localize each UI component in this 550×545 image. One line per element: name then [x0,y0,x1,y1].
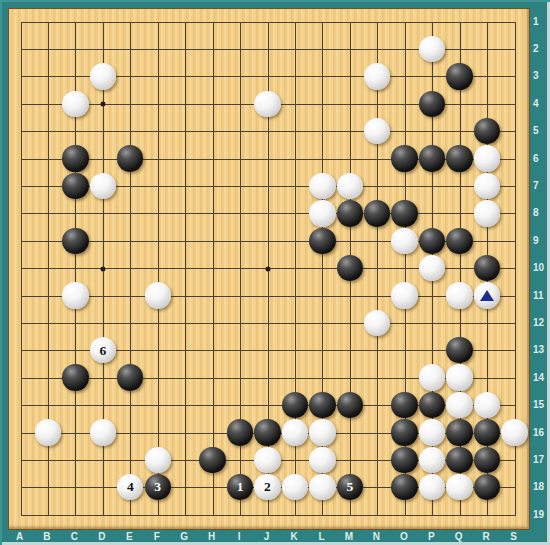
board-point-M8[interactable] [336,200,363,227]
white-stone-R7[interactable] [474,173,500,199]
column-label-M: M [345,531,353,542]
board-point-P14[interactable] [418,364,445,391]
black-stone-E14[interactable] [117,364,143,390]
black-stone-Q6[interactable] [446,145,472,171]
black-stone-L15[interactable] [309,392,335,418]
board-point-O18[interactable] [391,474,418,501]
column-label-H: H [208,531,215,542]
white-stone-C11[interactable] [62,282,88,308]
board-point-Q17[interactable] [446,446,473,473]
row-label-13: 13 [533,344,544,355]
board-point-I16[interactable] [226,419,253,446]
black-stone-I16[interactable] [227,419,253,445]
board-point-M10[interactable] [336,254,363,281]
black-stone-E6[interactable] [117,145,143,171]
row-label-15: 15 [533,399,544,410]
white-stone-J4[interactable] [254,91,280,117]
board-point-Q14[interactable] [446,364,473,391]
board-point-Q13[interactable] [446,337,473,364]
white-stone-Q15[interactable] [446,392,472,418]
black-stone-H17[interactable] [199,447,225,473]
board-point-F18[interactable]: 3 [144,474,171,501]
white-stone-L17[interactable] [309,447,335,473]
white-stone-C4[interactable] [62,91,88,117]
triangle-marker-icon [480,290,494,301]
white-stone-P14[interactable] [419,364,445,390]
board-point-Q15[interactable] [446,391,473,418]
white-stone-R15[interactable] [474,392,500,418]
white-stone-R6[interactable] [474,145,500,171]
row-label-1: 1 [533,15,539,26]
black-stone-C14[interactable] [62,364,88,390]
board-point-R6[interactable] [473,145,500,172]
move-number-label: 6 [99,344,106,358]
white-stone-J18[interactable]: 2 [254,474,280,500]
row-label-2: 2 [533,43,539,54]
black-stone-P4[interactable] [419,91,445,117]
row-label-11: 11 [533,289,544,300]
black-stone-P6[interactable] [419,145,445,171]
board-point-F11[interactable] [144,282,171,309]
column-label-N: N [373,531,380,542]
board-point-K15[interactable] [281,391,308,418]
board-point-P2[interactable] [418,35,445,62]
black-stone-M15[interactable] [337,392,363,418]
board-point-O11[interactable] [391,282,418,309]
move-number-label: 4 [127,480,134,494]
board-point-J18[interactable]: 2 [254,474,281,501]
board-point-J17[interactable] [254,446,281,473]
board-point-C9[interactable] [62,227,89,254]
move-number-label: 1 [237,480,244,494]
board-point-H17[interactable] [199,446,226,473]
board-point-M15[interactable] [336,391,363,418]
white-stone-D3[interactable] [90,63,116,89]
white-stone-D7[interactable] [90,173,116,199]
black-stone-R17[interactable] [474,447,500,473]
black-stone-R16[interactable] [474,419,500,445]
white-stone-P2[interactable] [419,36,445,62]
black-stone-J16[interactable] [254,419,280,445]
board-point-E6[interactable] [117,145,144,172]
column-label-J: J [264,531,270,542]
white-stone-D13[interactable]: 6 [90,337,116,363]
board-point-D13[interactable]: 6 [89,337,116,364]
row-label-3: 3 [533,70,539,81]
black-stone-Q16[interactable] [446,419,472,445]
black-stone-C6[interactable] [62,145,88,171]
white-stone-P10[interactable] [419,255,445,281]
column-label-S: S [510,531,517,542]
black-stone-I18[interactable]: 1 [227,474,253,500]
white-stone-O9[interactable] [391,228,417,254]
board-point-P17[interactable] [418,446,445,473]
board-point-K16[interactable] [281,419,308,446]
white-stone-N12[interactable] [364,310,390,336]
board-point-R10[interactable] [473,254,500,281]
white-stone-L8[interactable] [309,200,335,226]
board-point-L18[interactable] [309,474,336,501]
row-label-14: 14 [533,371,544,382]
move-number-label: 3 [154,480,161,494]
black-stone-M18[interactable]: 5 [337,474,363,500]
white-stone-P18[interactable] [419,474,445,500]
row-label-5: 5 [533,125,539,136]
column-label-A: A [16,531,23,542]
black-stone-L9[interactable] [309,228,335,254]
board-point-C4[interactable] [62,90,89,117]
board-point-F17[interactable] [144,446,171,473]
board-point-Q18[interactable] [446,474,473,501]
board-point-R11[interactable] [473,282,500,309]
board-point-M18[interactable]: 5 [336,474,363,501]
white-stone-Q11[interactable] [446,282,472,308]
white-stone-N5[interactable] [364,118,390,144]
row-label-4: 4 [533,97,539,108]
stones-grid: 643125 [7,8,528,528]
black-stone-O15[interactable] [391,392,417,418]
white-stone-O11[interactable] [391,282,417,308]
white-stone-D16[interactable] [90,419,116,445]
board-point-Q9[interactable] [446,227,473,254]
column-label-P: P [428,531,435,542]
black-stone-K15[interactable] [282,392,308,418]
black-stone-P9[interactable] [419,228,445,254]
column-label-Q: Q [455,531,463,542]
move-number-label: 2 [264,480,271,494]
board-point-Q3[interactable] [446,63,473,90]
board-point-C11[interactable] [62,282,89,309]
black-stone-M8[interactable] [337,200,363,226]
black-stone-O6[interactable] [391,145,417,171]
board-point-R18[interactable] [473,474,500,501]
black-stone-Q17[interactable] [446,447,472,473]
white-stone-L7[interactable] [309,173,335,199]
board-point-L8[interactable] [309,200,336,227]
column-label-G: G [180,531,188,542]
board-point-E18[interactable]: 4 [117,474,144,501]
board-point-D7[interactable] [89,172,116,199]
row-label-7: 7 [533,180,539,191]
board-point-N3[interactable] [364,63,391,90]
black-stone-C9[interactable] [62,228,88,254]
board-point-O16[interactable] [391,419,418,446]
black-stone-C7[interactable] [62,173,88,199]
go-board[interactable]: 643125 [8,8,530,530]
white-stone-R11[interactable] [474,282,500,308]
board-point-P15[interactable] [418,391,445,418]
white-stone-K18[interactable] [282,474,308,500]
black-stone-R5[interactable] [474,118,500,144]
white-stone-F11[interactable] [145,282,171,308]
row-label-8: 8 [533,207,539,218]
column-label-K: K [290,531,297,542]
white-stone-J17[interactable] [254,447,280,473]
board-point-E14[interactable] [117,364,144,391]
board-point-R7[interactable] [473,172,500,199]
row-label-19: 19 [533,508,544,519]
black-stone-O18[interactable] [391,474,417,500]
board-point-O6[interactable] [391,145,418,172]
board-point-O8[interactable] [391,200,418,227]
board-point-Q6[interactable] [446,145,473,172]
row-label-18: 18 [533,481,544,492]
row-label-17: 17 [533,454,544,465]
board-point-D3[interactable] [89,63,116,90]
black-stone-N8[interactable] [364,200,390,226]
white-stone-N3[interactable] [364,63,390,89]
board-point-P6[interactable] [418,145,445,172]
black-stone-O8[interactable] [391,200,417,226]
column-label-B: B [43,531,50,542]
white-stone-Q18[interactable] [446,474,472,500]
board-point-P16[interactable] [418,419,445,446]
board-point-C6[interactable] [62,145,89,172]
white-stone-B16[interactable] [35,419,61,445]
row-label-16: 16 [533,426,544,437]
column-label-R: R [483,531,490,542]
black-stone-M10[interactable] [337,255,363,281]
row-label-10: 10 [533,262,544,273]
board-point-L7[interactable] [309,172,336,199]
board-point-J4[interactable] [254,90,281,117]
board-point-C7[interactable] [62,172,89,199]
white-stone-M7[interactable] [337,173,363,199]
black-stone-Q3[interactable] [446,63,472,89]
white-stone-R8[interactable] [474,200,500,226]
board-point-N12[interactable] [364,309,391,336]
board-point-O17[interactable] [391,446,418,473]
board-point-P18[interactable] [418,474,445,501]
black-stone-Q9[interactable] [446,228,472,254]
board-point-L9[interactable] [309,227,336,254]
white-stone-E18[interactable]: 4 [117,474,143,500]
white-stone-L18[interactable] [309,474,335,500]
board-point-R15[interactable] [473,391,500,418]
column-label-E: E [126,531,133,542]
board-point-I18[interactable]: 1 [226,474,253,501]
board-point-R17[interactable] [473,446,500,473]
column-label-C: C [71,531,78,542]
column-label-L: L [318,531,324,542]
white-stone-Q14[interactable] [446,364,472,390]
row-label-12: 12 [533,317,544,328]
move-number-label: 5 [346,480,353,494]
column-label-O: O [400,531,408,542]
board-point-N5[interactable] [364,117,391,144]
white-stone-P17[interactable] [419,447,445,473]
board-point-D16[interactable] [89,419,116,446]
white-stone-P16[interactable] [419,419,445,445]
black-stone-F18[interactable]: 3 [145,474,171,500]
board-point-R16[interactable] [473,419,500,446]
white-stone-F17[interactable] [145,447,171,473]
white-stone-K16[interactable] [282,419,308,445]
white-stone-L16[interactable] [309,419,335,445]
board-point-P10[interactable] [418,254,445,281]
black-stone-O17[interactable] [391,447,417,473]
black-stone-P15[interactable] [419,392,445,418]
board-point-Q11[interactable] [446,282,473,309]
black-stone-R10[interactable] [474,255,500,281]
board-point-L17[interactable] [309,446,336,473]
row-label-6: 6 [533,152,539,163]
column-label-I: I [238,531,241,542]
go-diagram: 643125 ABCDEFGHIJKLMNOPQRS 1234567891011… [0,0,550,545]
black-stone-R18[interactable] [474,474,500,500]
board-point-R8[interactable] [473,200,500,227]
board-point-B16[interactable] [34,419,61,446]
board-point-J16[interactable] [254,419,281,446]
board-point-L15[interactable] [309,391,336,418]
board-point-P9[interactable] [418,227,445,254]
white-stone-S16[interactable] [501,419,527,445]
board-point-L16[interactable] [309,419,336,446]
board-point-C14[interactable] [62,364,89,391]
black-stone-O16[interactable] [391,419,417,445]
board-point-R5[interactable] [473,117,500,144]
row-label-9: 9 [533,234,539,245]
board-point-N8[interactable] [364,200,391,227]
board-point-S16[interactable] [501,419,528,446]
board-point-K18[interactable] [281,474,308,501]
board-point-Q16[interactable] [446,419,473,446]
board-point-P4[interactable] [418,90,445,117]
column-label-D: D [98,531,105,542]
black-stone-Q13[interactable] [446,337,472,363]
board-point-O15[interactable] [391,391,418,418]
board-point-O9[interactable] [391,227,418,254]
board-point-M7[interactable] [336,172,363,199]
column-label-F: F [154,531,160,542]
